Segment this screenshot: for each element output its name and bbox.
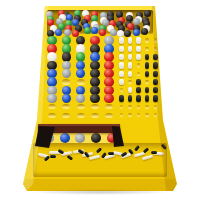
shield-legs xyxy=(0,0,200,200)
mastermind-game-photo xyxy=(0,0,200,200)
ground-shadow xyxy=(30,189,170,195)
mastermind-board xyxy=(0,0,200,200)
